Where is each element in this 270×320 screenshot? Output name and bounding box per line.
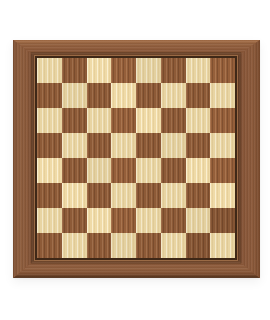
square-a2 [37, 208, 62, 233]
square-d2 [111, 208, 136, 233]
square-f8 [161, 58, 186, 83]
square-a4 [37, 158, 62, 183]
square-d6 [111, 108, 136, 133]
square-c1 [87, 233, 112, 258]
square-g3 [186, 183, 211, 208]
square-f3 [161, 183, 186, 208]
square-d1 [111, 233, 136, 258]
square-e6 [136, 108, 161, 133]
square-h7 [210, 83, 235, 108]
square-c8 [87, 58, 112, 83]
square-f6 [161, 108, 186, 133]
square-c5 [87, 133, 112, 158]
square-b7 [62, 83, 87, 108]
square-d8 [111, 58, 136, 83]
photo-background [0, 0, 270, 320]
square-c6 [87, 108, 112, 133]
square-c4 [87, 158, 112, 183]
chess-board [13, 40, 260, 278]
square-g4 [186, 158, 211, 183]
square-f5 [161, 133, 186, 158]
square-d7 [111, 83, 136, 108]
square-g8 [186, 58, 211, 83]
square-a3 [37, 183, 62, 208]
square-b1 [62, 233, 87, 258]
square-e2 [136, 208, 161, 233]
square-g2 [186, 208, 211, 233]
square-b6 [62, 108, 87, 133]
square-a8 [37, 58, 62, 83]
board-frame-left [13, 40, 37, 278]
square-e5 [136, 133, 161, 158]
square-f7 [161, 83, 186, 108]
square-g7 [186, 83, 211, 108]
square-g6 [186, 108, 211, 133]
board-frame-bottom [13, 258, 260, 278]
square-c2 [87, 208, 112, 233]
square-h4 [210, 158, 235, 183]
board-grid [37, 58, 235, 258]
square-f2 [161, 208, 186, 233]
square-h6 [210, 108, 235, 133]
square-g5 [186, 133, 211, 158]
square-b8 [62, 58, 87, 83]
square-e7 [136, 83, 161, 108]
square-e3 [136, 183, 161, 208]
board-frame-right [235, 40, 260, 278]
square-h3 [210, 183, 235, 208]
square-c3 [87, 183, 112, 208]
square-b5 [62, 133, 87, 158]
square-b4 [62, 158, 87, 183]
square-e1 [136, 233, 161, 258]
square-f1 [161, 233, 186, 258]
square-h5 [210, 133, 235, 158]
board-frame-top [13, 40, 260, 58]
square-h2 [210, 208, 235, 233]
square-a7 [37, 83, 62, 108]
square-a5 [37, 133, 62, 158]
square-f4 [161, 158, 186, 183]
square-h1 [210, 233, 235, 258]
square-c7 [87, 83, 112, 108]
square-a1 [37, 233, 62, 258]
square-b3 [62, 183, 87, 208]
square-b2 [62, 208, 87, 233]
board-playing-area [37, 58, 235, 258]
square-h8 [210, 58, 235, 83]
square-e4 [136, 158, 161, 183]
square-a6 [37, 108, 62, 133]
square-d5 [111, 133, 136, 158]
square-g1 [186, 233, 211, 258]
square-d4 [111, 158, 136, 183]
square-e8 [136, 58, 161, 83]
square-d3 [111, 183, 136, 208]
